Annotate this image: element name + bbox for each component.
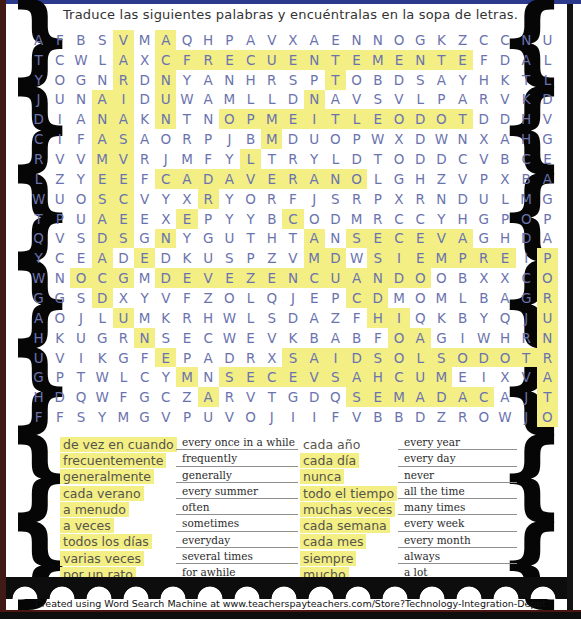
grid-cell: R [134,149,155,169]
grid-cell: W [473,328,494,348]
grid-cell: E [367,109,388,129]
grid-cell: C [155,50,176,70]
grid-cell: J [155,149,176,169]
grid-cell: P [452,248,473,268]
grid-cell: J [282,288,303,308]
grid-cell: D [410,109,431,129]
grid-cell: F [49,30,70,50]
grid-cell: H [261,229,282,249]
grid-cell: M [113,407,134,427]
grid-cell: X [282,30,303,50]
spanish-clue: de vez en cuando [60,436,177,452]
grid-cell: L [537,50,558,70]
grid-cell: V [282,248,303,268]
grid-cell: D [304,387,325,407]
grid-cell: Y [70,169,91,189]
grid-cell: D [516,229,537,249]
top-border-line [0,0,581,4]
grid-cell: T [516,70,537,90]
grid-cell: Y [176,229,197,249]
grid-cell: G [198,229,219,249]
grid-cell: M [176,367,197,387]
grid-cell: F [70,129,91,149]
spanish-clue-text: muchas veces [300,502,395,517]
grid-cell: A [452,387,473,407]
grid-cell: P [367,189,388,209]
grid-cell: N [92,109,113,129]
grid-cell: Q [494,308,515,328]
grid-cell: R [28,149,49,169]
grid-cell: F [282,189,303,209]
grid-cell: Y [28,248,49,268]
grid-cell: A [28,30,49,50]
english-answer: every summer [176,483,298,499]
grid-cell: G [282,387,303,407]
grid-cell: W [219,328,240,348]
grid-cell: O [537,407,558,427]
grid-cell: V [198,268,219,288]
grid-cell: E [304,288,325,308]
grid-cell: K [516,90,537,110]
grid-cell: T [516,348,537,368]
grid-cell: J [516,308,537,328]
grid-cell: B [240,129,261,149]
grid-cell: V [155,407,176,427]
grid-cell: H [494,328,515,348]
grid-cell: U [70,328,91,348]
grid-cell: Z [176,387,197,407]
spanish-clue: varias veces [60,550,177,566]
grid-cell: Z [240,268,261,288]
grid-cell: S [431,348,452,368]
grid-cell: P [537,248,558,268]
grid-cell: D [198,169,219,189]
grid-cell: C [473,30,494,50]
spanish-clue-text: cada mes [300,534,366,549]
grid-cell: N [92,70,113,90]
grid-cell: C [473,387,494,407]
spanish-clue-text: cada verano [60,486,144,501]
grid-cell: N [367,268,388,288]
grid-cell: U [304,129,325,149]
grid-cell: Q [70,387,91,407]
english-answer: always [398,548,517,564]
grid-cell: O [70,268,91,288]
grid-cell: N [452,129,473,149]
grid-cell: L [92,308,113,328]
left-border-strip [0,0,6,619]
grid-cell: B [494,149,515,169]
grid-cell: G [28,367,49,387]
grid-cell: A [537,229,558,249]
grid-cell: X [388,129,409,149]
grid-cell: J [516,407,537,427]
grid-cell: A [431,70,452,90]
grid-cell: Z [452,30,473,50]
grid-cell: V [113,30,134,50]
grid-cell: D [346,348,367,368]
grid-cell: G [49,288,70,308]
grid-cell: D [282,308,303,328]
english-answer: generally [176,467,298,483]
grid-cell: D [49,387,70,407]
grid-cell: A [304,229,325,249]
grid-cell: U [473,189,494,209]
scallop-border [6,577,567,599]
grid-cell: A [494,288,515,308]
grid-cell: S [367,248,388,268]
grid-cell: A [198,348,219,368]
grid-cell: T [28,50,49,70]
grid-cell: W [346,248,367,268]
grid-cell: R [452,407,473,427]
grid-cell: N [155,109,176,129]
grid-cell: E [367,387,388,407]
grid-cell: A [516,50,537,70]
grid-cell: I [304,407,325,427]
grid-cell: O [431,268,452,288]
grid-cell: F [28,407,49,427]
grid-cell: U [49,90,70,110]
grid-cell: P [537,209,558,229]
grid-cell: Y [452,70,473,90]
grid-cell: J [516,387,537,407]
grid-cell: S [325,189,346,209]
grid-cell: E [240,367,261,387]
grid-cell: N [431,189,452,209]
grid-cell: X [494,169,515,189]
grid-cell: O [325,129,346,149]
english-answer: never [398,467,517,483]
grid-cell: S [113,129,134,149]
grid-cell: J [304,189,325,209]
grid-cell: F [198,149,219,169]
grid-cell: E [367,229,388,249]
grid-cell: E [240,328,261,348]
grid-cell: I [113,90,134,110]
grid-cell: D [452,189,473,209]
grid-cell: D [325,248,346,268]
grid-cell: D [28,109,49,129]
grid-cell: W [494,407,515,427]
grid-cell: A [92,129,113,149]
english-answer: often [176,499,298,515]
grid-cell: V [240,387,261,407]
grid-cell: E [537,149,558,169]
grid-cell: R [240,348,261,368]
grid-cell: W [70,50,91,70]
grid-cell: S [261,308,282,328]
grid-cell: P [346,129,367,149]
grid-cell: B [304,328,325,348]
grid-cell: S [70,407,91,427]
spanish-clue: nunca [300,469,397,485]
grid-cell: N [410,50,431,70]
grid-cell: N [155,229,176,249]
grid-cell: J [70,308,91,328]
grid-cell: G [516,288,537,308]
english-answer: everyday [176,532,298,548]
grid-cell: J [261,407,282,427]
grid-cell: O [388,149,409,169]
grid-cell: L [113,367,134,387]
grid-cell: D [367,288,388,308]
grid-cell: L [452,288,473,308]
grid-cell: E [410,248,431,268]
grid-cell: S [92,30,113,50]
grid-cell: V [113,149,134,169]
grid-cell: R [261,70,282,90]
grid-cell: N [198,367,219,387]
grid-cell: D [219,348,240,368]
grid-cell: F [473,50,494,70]
grid-cell: F [134,169,155,189]
grid-cell: Z [261,248,282,268]
grid-cell: N [346,30,367,50]
grid-cell: P [176,407,197,427]
grid-cell: J [28,90,49,110]
grid-cell: E [261,169,282,189]
grid-cell: M [134,268,155,288]
english-answer: several times [176,548,298,564]
grid-cell: V [304,367,325,387]
spanish-clue: cada verano [60,485,177,501]
grid-cell: O [49,70,70,90]
grid-cell: V [346,90,367,110]
grid-cell: N [325,169,346,189]
grid-cell: G [473,229,494,249]
grid-cell: V [49,229,70,249]
grid-cell: V [261,30,282,50]
grid-cell: C [49,50,70,70]
grid-cell: C [198,328,219,348]
spanish-clue: muchas veces [300,501,397,517]
grid-cell: Q [261,288,282,308]
grid-cell: V [346,407,367,427]
grid-cell: Y [28,70,49,90]
grid-cell: O [473,407,494,427]
grid-cell: D [113,248,134,268]
grid-cell: C [92,268,113,288]
grid-cell: Q [325,387,346,407]
grid-cell: Y [92,407,113,427]
grid-cell: N [49,268,70,288]
grid-cell: V [134,189,155,209]
spanish-clue-text: cada año [300,437,363,452]
grid-cell: D [325,209,346,229]
grid-cell: I [304,109,325,129]
grid-cell: T [367,149,388,169]
grid-cell: H [198,30,219,50]
grid-cell: D [155,248,176,268]
grid-cell: A [304,169,325,189]
grid-cell: V [49,149,70,169]
grid-cell: R [176,129,197,149]
grid-cell: R [198,50,219,70]
grid-cell: Y [473,308,494,328]
grid-cell: V [452,169,473,189]
grid-cell: C [240,50,261,70]
grid-cell: A [28,308,49,328]
grid-cell: W [219,308,240,328]
grid-cell: E [325,30,346,50]
grid-cell: P [240,248,261,268]
grid-cell: R [346,189,367,209]
grid-cell: N [304,90,325,110]
grid-cell: R [473,248,494,268]
grid-cell: K [494,70,515,90]
grid-cell: A [176,169,197,189]
grid-cell: F [176,50,197,70]
grid-cell: M [388,387,409,407]
grid-cell: U [261,50,282,70]
grid-cell: E [452,367,473,387]
grid-cell: A [494,387,515,407]
grid-cell: K [49,328,70,348]
grid-cell: N [304,50,325,70]
grid-cell: A [219,169,240,189]
spanish-clue: a menudo [60,501,177,517]
grid-cell: X [113,288,134,308]
grid-cell: A [304,30,325,50]
grid-cell: M [261,129,282,149]
grid-cell: G [92,328,113,348]
grid-cell: L [240,90,261,110]
english-answer: every week [398,515,517,531]
english-answer: all the time [398,483,517,499]
grid-cell: R [282,149,303,169]
grid-cell: I [452,328,473,348]
spanish-clue: cada semana [300,517,397,533]
grid-cell: C [155,387,176,407]
english-answer: many times [398,499,517,515]
grid-cell: U [219,229,240,249]
grid-cell: D [537,90,558,110]
grid-cell: L [346,109,367,129]
grid-cell: T [70,367,91,387]
grid-cell: D [134,70,155,90]
grid-cell: F [346,308,367,328]
grid-cell: O [219,288,240,308]
grid-cell: G [134,407,155,427]
grid-cell: G [388,169,409,189]
grid-cell: W [431,129,452,149]
grid-cell: A [134,129,155,149]
grid-cell: C [516,268,537,288]
grid-cell: O [431,109,452,129]
spanish-clue-text: generalmente [60,469,154,484]
grid-cell: Y [155,367,176,387]
grid-cell: B [70,30,91,50]
grid-cell: C [113,189,134,209]
grid-cell: B [452,308,473,328]
grid-cell: L [240,149,261,169]
spanish-clue: generalmente [60,469,177,485]
grid-cell: E [219,50,240,70]
grid-cell: T [261,149,282,169]
grid-cell: A [452,229,473,249]
grid-cell: K [155,308,176,328]
grid-cell: H [367,308,388,328]
grid-cell: C [494,30,515,50]
grid-cell: S [410,70,431,90]
grid-cell: S [282,70,303,90]
grid-cell: O [388,30,409,50]
grid-cell: E [155,348,176,368]
grid-cell: U [410,367,431,387]
grid-cell: O [388,109,409,129]
grid-cell: Y [219,209,240,229]
grid-cell: Y [134,288,155,308]
grid-cell: U [198,248,219,268]
grid-cell: X [494,367,515,387]
grid-cell: V [516,367,537,387]
grid-cell: T [282,229,303,249]
grid-cell: D [134,90,155,110]
grid-cell: D [155,268,176,288]
grid-cell: S [70,229,91,249]
grid-cell: S [346,387,367,407]
grid-cell: I [325,348,346,368]
spanish-clue: todo el tiempo [300,485,397,501]
grid-cell: H [516,109,537,129]
grid-cell: L [410,90,431,110]
grid-cell: H [473,70,494,90]
grid-cell: N [516,30,537,50]
grid-cell: F [367,328,388,348]
grid-cell: M [134,308,155,328]
grid-cell: V [219,407,240,427]
grid-cell: E [176,268,197,288]
grid-cell: Y [155,189,176,209]
grid-cell: D [473,348,494,368]
grid-cell: V [240,169,261,189]
grid-cell: R [473,90,494,110]
grid-cell: L [240,288,261,308]
spanish-clue: todos los días [60,534,177,550]
grid-cell: U [49,189,70,209]
grid-cell: E [282,109,303,129]
grid-cell: R [410,189,431,209]
grid-cell: L [537,70,558,90]
grid-cell: X [176,189,197,209]
grid-cell: H [367,367,388,387]
grid-cell: M [367,50,388,70]
grid-cell: X [261,348,282,368]
grid-cell: V [431,229,452,249]
grid-cell: A [92,248,113,268]
grid-cell: B [367,70,388,90]
grid-cell: B [346,328,367,348]
grid-cell: A [346,268,367,288]
grid-cell: D [92,229,113,249]
grid-cell: Y [219,149,240,169]
grid-cell: C [410,209,431,229]
grid-cell: M [431,367,452,387]
grid-cell: D [388,268,409,288]
grid-cell: V [473,149,494,169]
grid-cell: G [134,387,155,407]
grid-cell: R [282,169,303,189]
page-title: Traduce las siguientes palabras y encuén… [40,7,541,22]
grid-cell: S [282,348,303,368]
english-answer: every year [398,434,517,450]
grid-cell: K [92,348,113,368]
grid-cell: V [537,109,558,129]
grid-cell: A [304,348,325,368]
grid-cell: D [431,387,452,407]
grid-cell: D [431,149,452,169]
